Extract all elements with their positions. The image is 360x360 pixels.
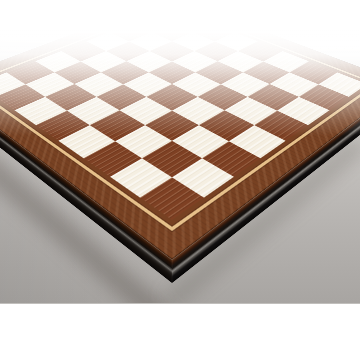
board-square [197,84,248,110]
board-square [229,125,286,158]
board-square [140,177,205,220]
product-photo [0,0,360,360]
board-square [115,125,172,158]
board-square [83,141,142,177]
board-square [298,84,349,110]
board-square [277,97,329,125]
board-square [202,141,261,177]
photo-bottom-margin [0,303,360,360]
board-square [120,97,172,125]
board-square [15,97,67,125]
board-square [254,110,309,141]
board-square [67,97,119,125]
board-square [58,125,115,158]
board-square [36,110,91,141]
board-frame [0,0,360,260]
board-square [172,125,229,158]
board-square [96,84,147,110]
board-square [46,84,97,110]
board-square [142,141,201,177]
board-square [145,110,200,141]
board-square [172,158,234,197]
maple-inlay-line [0,4,360,231]
board-square [172,97,224,125]
board-square [110,158,172,197]
board-square [147,84,198,110]
board-square [199,110,254,141]
board-square [90,110,145,141]
board-square [224,97,276,125]
chess-board [0,0,360,260]
board-square [248,84,299,110]
photo-background [0,0,360,303]
board-square [0,84,46,110]
board-scene [0,0,360,303]
